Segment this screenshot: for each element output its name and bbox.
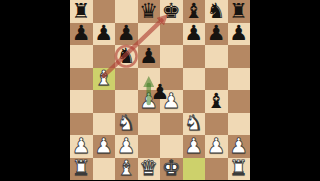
piece-black-pawn-f7[interactable]: ♟: [183, 23, 206, 46]
screenshot: ♜♛♚♝♞♜♟♟♟♟♟♟♞♟♝♟♟♝♞♞♟♟♟♟♟♟♜♝♛♚♜♟: [0, 0, 320, 180]
piece-white-rook-h1[interactable]: ♜: [228, 158, 251, 181]
piece-black-bishop-f8[interactable]: ♝: [183, 0, 206, 23]
piece-black-knight-c6[interactable]: ♞: [115, 45, 138, 68]
piece-black-knight-g8[interactable]: ♞: [205, 0, 228, 23]
piece-black-bishop-g4[interactable]: ♝: [205, 90, 228, 113]
piece-black-king-e8[interactable]: ♚: [160, 0, 183, 23]
piece-white-pawn-b2[interactable]: ♟: [93, 135, 116, 158]
piece-white-king-e1[interactable]: ♚: [160, 158, 183, 181]
piece-white-pawn-a2[interactable]: ♟: [70, 135, 93, 158]
piece-white-bishop-b5[interactable]: ♝: [93, 68, 116, 91]
piece-black-pawn-c7[interactable]: ♟: [115, 23, 138, 46]
letterbox-right: [250, 0, 320, 180]
piece-black-pawn-animating-e5xd4[interactable]: ♟: [149, 81, 172, 104]
piece-white-pawn-f2[interactable]: ♟: [183, 135, 206, 158]
piece-white-bishop-c1[interactable]: ♝: [115, 158, 138, 181]
piece-white-knight-f3[interactable]: ♞: [183, 113, 206, 136]
board[interactable]: ♜♛♚♝♞♜♟♟♟♟♟♟♞♟♝♟♟♝♞♞♟♟♟♟♟♟♜♝♛♚♜♟: [70, 0, 250, 180]
piece-white-queen-d1[interactable]: ♛: [138, 158, 161, 181]
piece-white-pawn-g2[interactable]: ♟: [205, 135, 228, 158]
piece-black-pawn-b7[interactable]: ♟: [93, 23, 116, 46]
letterbox-left: [0, 0, 70, 180]
piece-black-rook-a8[interactable]: ♜: [70, 0, 93, 23]
piece-black-pawn-d6[interactable]: ♟: [138, 45, 161, 68]
pieces-layer: ♜♛♚♝♞♜♟♟♟♟♟♟♞♟♝♟♟♝♞♞♟♟♟♟♟♟♜♝♛♚♜♟: [70, 0, 250, 180]
piece-white-knight-c3[interactable]: ♞: [115, 113, 138, 136]
piece-white-rook-a1[interactable]: ♜: [70, 158, 93, 181]
piece-white-pawn-h2[interactable]: ♟: [228, 135, 251, 158]
piece-white-pawn-c2[interactable]: ♟: [115, 135, 138, 158]
piece-black-pawn-g7[interactable]: ♟: [205, 23, 228, 46]
piece-black-pawn-h7[interactable]: ♟: [228, 23, 251, 46]
piece-black-queen-d8[interactable]: ♛: [138, 0, 161, 23]
piece-black-pawn-a7[interactable]: ♟: [70, 23, 93, 46]
piece-black-rook-h8[interactable]: ♜: [228, 0, 251, 23]
